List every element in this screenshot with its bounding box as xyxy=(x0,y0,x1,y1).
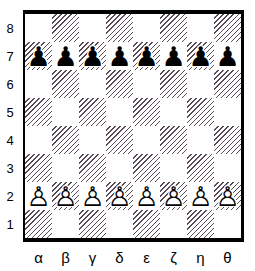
square-θ6[interactable] xyxy=(214,70,241,98)
square-β8[interactable] xyxy=(52,14,79,42)
white-pawn-outline: ♙ xyxy=(133,182,160,210)
black-pawn[interactable]: ♟ xyxy=(79,42,106,70)
white-pawn[interactable]: ♟♙ xyxy=(52,182,79,210)
rank-label-2: 2 xyxy=(0,182,20,210)
square-ε1[interactable] xyxy=(133,210,160,238)
black-pawn[interactable]: ♟ xyxy=(52,42,79,70)
square-ζ1[interactable] xyxy=(160,210,187,238)
square-ε8[interactable] xyxy=(133,14,160,42)
square-α4[interactable] xyxy=(25,126,52,154)
square-β4[interactable] xyxy=(52,126,79,154)
square-γ3[interactable] xyxy=(79,154,106,182)
black-pawn-glyph: ♟ xyxy=(52,42,79,70)
black-pawn-glyph: ♟ xyxy=(106,42,133,70)
black-pawn-glyph: ♟ xyxy=(187,42,214,70)
square-α6[interactable] xyxy=(25,70,52,98)
rank-label-5: 5 xyxy=(0,98,20,126)
black-pawn-glyph: ♟ xyxy=(133,42,160,70)
square-γ8[interactable] xyxy=(79,14,106,42)
rank-label-4: 4 xyxy=(0,126,20,154)
square-γ4[interactable] xyxy=(79,126,106,154)
white-pawn-outline: ♙ xyxy=(187,182,214,210)
white-pawn-outline: ♙ xyxy=(52,182,79,210)
square-γ6[interactable] xyxy=(79,70,106,98)
white-pawn-outline: ♙ xyxy=(79,182,106,210)
square-ε6[interactable] xyxy=(133,70,160,98)
file-label-β: β xyxy=(52,245,79,269)
white-pawn-outline: ♙ xyxy=(160,182,187,210)
black-pawn[interactable]: ♟ xyxy=(106,42,133,70)
square-α1[interactable] xyxy=(25,210,52,238)
square-η4[interactable] xyxy=(187,126,214,154)
white-pawn-outline: ♙ xyxy=(214,182,241,210)
square-γ2[interactable]: ♟♙ xyxy=(79,182,106,210)
file-label-θ: θ xyxy=(214,245,241,269)
square-θ2[interactable]: ♟♙ xyxy=(214,182,241,210)
file-label-ζ: ζ xyxy=(160,245,187,269)
square-η1[interactable] xyxy=(187,210,214,238)
black-pawn[interactable]: ♟ xyxy=(187,42,214,70)
white-pawn-outline: ♙ xyxy=(25,182,52,210)
square-η6[interactable] xyxy=(187,70,214,98)
square-η8[interactable] xyxy=(187,14,214,42)
square-δ4[interactable] xyxy=(106,126,133,154)
square-β1[interactable] xyxy=(52,210,79,238)
square-α3[interactable] xyxy=(25,154,52,182)
square-ζ4[interactable] xyxy=(160,126,187,154)
square-α8[interactable] xyxy=(25,14,52,42)
square-ε7[interactable]: ♟ xyxy=(133,42,160,70)
square-β2[interactable]: ♟♙ xyxy=(52,182,79,210)
square-ε3[interactable] xyxy=(133,154,160,182)
square-γ7[interactable]: ♟ xyxy=(79,42,106,70)
square-η5[interactable] xyxy=(187,98,214,126)
square-ε5[interactable] xyxy=(133,98,160,126)
rank-label-1: 1 xyxy=(0,210,20,238)
square-γ1[interactable] xyxy=(79,210,106,238)
file-label-α: α xyxy=(25,245,52,269)
square-β5[interactable] xyxy=(52,98,79,126)
rank-label-3: 3 xyxy=(0,154,20,182)
square-ε4[interactable] xyxy=(133,126,160,154)
white-pawn[interactable]: ♟♙ xyxy=(79,182,106,210)
square-ζ3[interactable] xyxy=(160,154,187,182)
square-ζ6[interactable] xyxy=(160,70,187,98)
square-δ7[interactable]: ♟ xyxy=(106,42,133,70)
square-ζ2[interactable]: ♟♙ xyxy=(160,182,187,210)
square-ζ7[interactable]: ♟ xyxy=(160,42,187,70)
black-pawn-glyph: ♟ xyxy=(79,42,106,70)
rank-labels: 87654321 xyxy=(0,14,20,238)
square-ζ5[interactable] xyxy=(160,98,187,126)
square-β3[interactable] xyxy=(52,154,79,182)
square-η2[interactable]: ♟♙ xyxy=(187,182,214,210)
square-ε2[interactable]: ♟♙ xyxy=(133,182,160,210)
file-labels: αβγδεζηθ xyxy=(25,245,241,269)
black-pawn-glyph: ♟ xyxy=(160,42,187,70)
rank-label-8: 8 xyxy=(0,14,20,42)
square-δ3[interactable] xyxy=(106,154,133,182)
square-δ5[interactable] xyxy=(106,98,133,126)
square-η7[interactable]: ♟ xyxy=(187,42,214,70)
square-β7[interactable]: ♟ xyxy=(52,42,79,70)
white-pawn[interactable]: ♟♙ xyxy=(187,182,214,210)
square-γ5[interactable] xyxy=(79,98,106,126)
black-pawn-glyph: ♟ xyxy=(25,42,52,70)
square-θ1[interactable] xyxy=(214,210,241,238)
rank-label-7: 7 xyxy=(0,42,20,70)
file-label-γ: γ xyxy=(79,245,106,269)
square-β6[interactable] xyxy=(52,70,79,98)
square-η3[interactable] xyxy=(187,154,214,182)
square-δ6[interactable] xyxy=(106,70,133,98)
rank-label-6: 6 xyxy=(0,70,20,98)
file-label-ε: ε xyxy=(133,245,160,269)
square-ζ8[interactable] xyxy=(160,14,187,42)
square-δ8[interactable] xyxy=(106,14,133,42)
square-α7[interactable]: ♟ xyxy=(25,42,52,70)
square-θ5[interactable] xyxy=(214,98,241,126)
white-pawn-outline: ♙ xyxy=(106,182,133,210)
white-pawn[interactable]: ♟♙ xyxy=(133,182,160,210)
square-δ2[interactable]: ♟♙ xyxy=(106,182,133,210)
file-label-η: η xyxy=(187,245,214,269)
black-pawn[interactable]: ♟ xyxy=(25,42,52,70)
chess-diagram: 87654321 ♟♟♟♟♟♟♟♟♟♙♟♙♟♙♟♙♟♙♟♙♟♙♟♙ αβγδεζ… xyxy=(0,0,255,271)
white-pawn[interactable]: ♟♙ xyxy=(160,182,187,210)
square-θ8[interactable] xyxy=(214,14,241,42)
white-pawn[interactable]: ♟♙ xyxy=(214,182,241,210)
white-pawn[interactable]: ♟♙ xyxy=(25,182,52,210)
black-pawn[interactable]: ♟ xyxy=(133,42,160,70)
square-α2[interactable]: ♟♙ xyxy=(25,182,52,210)
square-θ7[interactable]: ♟ xyxy=(214,42,241,70)
square-δ1[interactable] xyxy=(106,210,133,238)
file-label-δ: δ xyxy=(106,245,133,269)
square-θ4[interactable] xyxy=(214,126,241,154)
chess-board: ♟♟♟♟♟♟♟♟♟♙♟♙♟♙♟♙♟♙♟♙♟♙♟♙ xyxy=(23,10,244,242)
black-pawn-glyph: ♟ xyxy=(214,42,241,70)
square-α5[interactable] xyxy=(25,98,52,126)
black-pawn[interactable]: ♟ xyxy=(214,42,241,70)
black-pawn[interactable]: ♟ xyxy=(160,42,187,70)
white-pawn[interactable]: ♟♙ xyxy=(106,182,133,210)
square-θ3[interactable] xyxy=(214,154,241,182)
